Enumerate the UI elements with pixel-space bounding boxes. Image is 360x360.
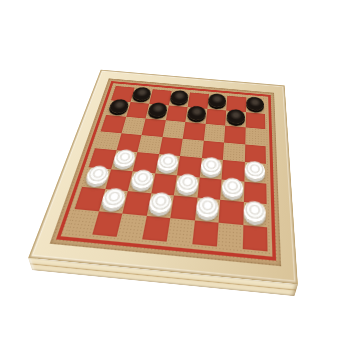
checkers-box	[28, 70, 298, 285]
square-r7c5[interactable]	[170, 195, 197, 219]
square-r7c4[interactable]	[146, 193, 173, 217]
square-r2c4[interactable]	[165, 105, 187, 122]
product-photo	[0, 0, 360, 360]
square-r6c6[interactable]	[197, 177, 222, 200]
checker-white[interactable]	[175, 173, 198, 194]
square-r8c3[interactable]	[117, 213, 147, 239]
square-r6c1[interactable]	[82, 167, 111, 189]
checker-white[interactable]	[84, 165, 110, 185]
square-r5c7[interactable]	[222, 160, 245, 181]
checker-white[interactable]	[196, 196, 219, 218]
square-r5c6[interactable]	[199, 158, 223, 179]
square-r7c8[interactable]	[243, 202, 267, 227]
square-r3c8[interactable]	[245, 127, 266, 146]
square-r2c7[interactable]	[225, 110, 245, 127]
square-r4c8[interactable]	[244, 144, 266, 164]
square-r6c7[interactable]	[220, 179, 244, 202]
square-r7c3[interactable]	[122, 191, 150, 215]
square-r2c5[interactable]	[185, 107, 207, 124]
square-r5c5[interactable]	[177, 156, 201, 177]
square-r8c8[interactable]	[242, 224, 267, 251]
square-r5c8[interactable]	[244, 162, 266, 183]
checker-white[interactable]	[244, 200, 266, 223]
board-top	[28, 70, 298, 285]
checker-white[interactable]	[221, 177, 243, 198]
checker-white[interactable]	[101, 187, 128, 209]
checker-black[interactable]	[170, 90, 190, 105]
checker-white[interactable]	[130, 169, 155, 189]
square-r8c7[interactable]	[217, 222, 243, 249]
square-r6c3[interactable]	[128, 171, 155, 193]
square-r8c1[interactable]	[67, 209, 99, 235]
checker-white[interactable]	[156, 153, 179, 172]
square-r3c5[interactable]	[183, 122, 205, 140]
square-r3c7[interactable]	[224, 126, 245, 144]
square-r7c2[interactable]	[99, 189, 128, 213]
checker-black[interactable]	[226, 109, 245, 125]
square-r5c1[interactable]	[89, 148, 116, 169]
square-r6c2[interactable]	[105, 169, 133, 191]
checkers-board	[67, 86, 268, 251]
square-r8c4[interactable]	[142, 215, 171, 241]
square-r6c4[interactable]	[151, 173, 177, 196]
square-r2c8[interactable]	[245, 112, 265, 129]
square-r5c2[interactable]	[111, 150, 138, 171]
square-r8c2[interactable]	[92, 211, 123, 237]
checker-white[interactable]	[201, 156, 223, 175]
square-r3c4[interactable]	[162, 120, 185, 138]
checker-white[interactable]	[245, 160, 265, 179]
square-r6c8[interactable]	[243, 181, 266, 204]
square-r7c6[interactable]	[194, 198, 220, 223]
square-r8c6[interactable]	[192, 220, 219, 247]
square-r2c6[interactable]	[205, 108, 226, 125]
square-r7c1[interactable]	[75, 187, 105, 211]
square-r5c4[interactable]	[155, 154, 180, 175]
checker-black[interactable]	[147, 102, 168, 117]
square-r6c5[interactable]	[174, 175, 199, 198]
square-r8c5[interactable]	[167, 218, 195, 245]
square-r3c6[interactable]	[203, 124, 225, 142]
checker-black[interactable]	[208, 93, 227, 108]
checker-black[interactable]	[246, 96, 264, 111]
checker-white[interactable]	[113, 149, 137, 168]
board-surface	[50, 78, 281, 266]
square-r5c3[interactable]	[133, 152, 159, 173]
checker-white[interactable]	[148, 191, 173, 213]
square-r4c7[interactable]	[223, 142, 245, 162]
square-r7c7[interactable]	[219, 200, 244, 225]
square-r4c5[interactable]	[180, 138, 203, 158]
checker-black[interactable]	[187, 106, 207, 122]
